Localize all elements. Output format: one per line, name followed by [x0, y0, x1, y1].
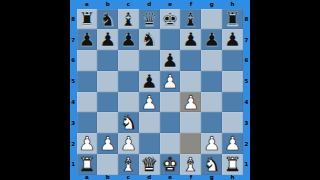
- black-pawn-icon[interactable]: ♟: [120, 29, 137, 50]
- chess-board: ♜♞♝♛♚♝♜♟♟♟♞♟♟♟♟♟♟♟♟♞♟♟♟♟♟♜♝♛♚♝♞♜: [77, 9, 243, 175]
- square-c1[interactable]: ♝: [118, 154, 139, 175]
- file-label: a: [77, 175, 98, 180]
- square-e5[interactable]: ♟: [160, 71, 181, 92]
- black-rook-icon[interactable]: ♜: [224, 9, 241, 30]
- white-bishop-icon[interactable]: ♝: [120, 154, 137, 175]
- rank-label: 7: [243, 29, 250, 50]
- white-pawn-icon[interactable]: ♟: [99, 133, 116, 154]
- square-e7[interactable]: [160, 29, 181, 50]
- rank-label: 2: [243, 133, 250, 154]
- square-g5[interactable]: [201, 71, 222, 92]
- square-f5[interactable]: [180, 71, 201, 92]
- square-f3[interactable]: [180, 112, 201, 133]
- file-label: c: [118, 175, 139, 180]
- white-knight-icon[interactable]: ♞: [120, 112, 137, 133]
- square-g6[interactable]: [201, 50, 222, 71]
- square-d5[interactable]: ♟: [139, 71, 160, 92]
- square-c3[interactable]: ♞: [118, 112, 139, 133]
- square-b6[interactable]: [97, 50, 118, 71]
- square-c6[interactable]: [118, 50, 139, 71]
- rank-labels-right: 87654321: [243, 9, 250, 175]
- square-g3[interactable]: [201, 112, 222, 133]
- square-f4[interactable]: ♟: [180, 92, 201, 113]
- rank-label: 4: [243, 92, 250, 113]
- square-h2[interactable]: ♟: [222, 133, 243, 154]
- square-a6[interactable]: [77, 50, 98, 71]
- square-h8[interactable]: ♜: [222, 9, 243, 30]
- square-d8[interactable]: ♛: [139, 9, 160, 30]
- file-label: e: [160, 175, 181, 180]
- white-pawn-icon[interactable]: ♟: [120, 133, 137, 154]
- black-bishop-icon[interactable]: ♝: [182, 9, 199, 30]
- square-d7[interactable]: ♞: [139, 29, 160, 50]
- black-queen-icon[interactable]: ♛: [141, 9, 158, 30]
- white-pawn-icon[interactable]: ♟: [203, 133, 220, 154]
- black-pawn-icon[interactable]: ♟: [162, 50, 179, 71]
- white-pawn-icon[interactable]: ♟: [182, 92, 199, 113]
- file-label: g: [201, 175, 222, 180]
- black-pawn-icon[interactable]: ♟: [99, 29, 116, 50]
- white-pawn-icon[interactable]: ♟: [162, 71, 179, 92]
- file-label: b: [97, 175, 118, 180]
- rank-label: 6: [243, 50, 250, 71]
- white-pawn-icon[interactable]: ♟: [224, 133, 241, 154]
- square-e4[interactable]: [160, 92, 181, 113]
- square-d3[interactable]: [139, 112, 160, 133]
- square-c4[interactable]: [118, 92, 139, 113]
- square-d6[interactable]: [139, 50, 160, 71]
- square-f7[interactable]: ♟: [180, 29, 201, 50]
- square-a4[interactable]: [77, 92, 98, 113]
- white-bishop-icon[interactable]: ♝: [182, 154, 199, 175]
- square-d2[interactable]: [139, 133, 160, 154]
- square-c8[interactable]: ♝: [118, 9, 139, 30]
- square-e1[interactable]: ♚: [160, 154, 181, 175]
- square-h1[interactable]: ♜: [222, 154, 243, 175]
- file-label: f: [180, 175, 201, 180]
- square-a3[interactable]: [77, 112, 98, 133]
- rank-label: 5: [243, 71, 250, 92]
- square-f2[interactable]: [180, 133, 201, 154]
- chess-board-panel: abcdefgh abcdefgh 87654321 87654321 ♜♞♝♛…: [70, 0, 250, 180]
- square-g4[interactable]: [201, 92, 222, 113]
- white-pawn-icon[interactable]: ♟: [78, 133, 95, 154]
- square-b1[interactable]: [97, 154, 118, 175]
- square-c5[interactable]: [118, 71, 139, 92]
- square-f6[interactable]: [180, 50, 201, 71]
- file-labels-bottom: abcdefgh: [77, 175, 243, 180]
- square-g7[interactable]: ♟: [201, 29, 222, 50]
- square-e6[interactable]: ♟: [160, 50, 181, 71]
- file-label: h: [222, 175, 243, 180]
- black-knight-icon[interactable]: ♞: [99, 9, 116, 30]
- square-h5[interactable]: [222, 71, 243, 92]
- white-rook-icon[interactable]: ♜: [78, 154, 95, 175]
- black-pawn-icon[interactable]: ♟: [141, 71, 158, 92]
- square-g1[interactable]: ♞: [201, 154, 222, 175]
- white-rook-icon[interactable]: ♜: [224, 154, 241, 175]
- file-label: g: [201, 0, 222, 9]
- square-b8[interactable]: ♞: [97, 9, 118, 30]
- white-knight-icon[interactable]: ♞: [203, 154, 220, 175]
- square-e2[interactable]: [160, 133, 181, 154]
- square-d1[interactable]: ♛: [139, 154, 160, 175]
- square-a1[interactable]: ♜: [77, 154, 98, 175]
- square-h7[interactable]: ♟: [222, 29, 243, 50]
- square-a5[interactable]: [77, 71, 98, 92]
- file-label: d: [139, 175, 160, 180]
- black-king-icon[interactable]: ♚: [162, 9, 179, 30]
- square-h3[interactable]: [222, 112, 243, 133]
- square-a2[interactable]: ♟: [77, 133, 98, 154]
- square-h6[interactable]: [222, 50, 243, 71]
- square-e8[interactable]: ♚: [160, 9, 181, 30]
- square-h4[interactable]: [222, 92, 243, 113]
- white-pawn-icon[interactable]: ♟: [141, 92, 158, 113]
- rank-label: 8: [243, 9, 250, 30]
- square-b3[interactable]: [97, 112, 118, 133]
- black-pawn-icon[interactable]: ♟: [224, 29, 241, 50]
- square-g2[interactable]: ♟: [201, 133, 222, 154]
- square-c7[interactable]: ♟: [118, 29, 139, 50]
- black-knight-icon[interactable]: ♞: [141, 29, 158, 50]
- square-d4[interactable]: ♟: [139, 92, 160, 113]
- white-queen-icon[interactable]: ♛: [141, 154, 158, 175]
- square-a8[interactable]: ♜: [77, 9, 98, 30]
- square-f1[interactable]: ♝: [180, 154, 201, 175]
- rank-label: 3: [243, 112, 250, 133]
- letterbox-background: abcdefgh abcdefgh 87654321 87654321 ♜♞♝♛…: [0, 0, 320, 180]
- black-pawn-icon[interactable]: ♟: [182, 29, 199, 50]
- square-g8[interactable]: [201, 9, 222, 30]
- rank-label: 1: [243, 154, 250, 175]
- black-rook-icon[interactable]: ♜: [78, 9, 95, 30]
- square-b5[interactable]: [97, 71, 118, 92]
- square-f8[interactable]: ♝: [180, 9, 201, 30]
- square-a7[interactable]: ♟: [77, 29, 98, 50]
- black-bishop-icon[interactable]: ♝: [120, 9, 137, 30]
- white-king-icon[interactable]: ♚: [162, 154, 179, 175]
- square-c2[interactable]: ♟: [118, 133, 139, 154]
- black-pawn-icon[interactable]: ♟: [203, 29, 220, 50]
- black-pawn-icon[interactable]: ♟: [78, 29, 95, 50]
- square-b4[interactable]: [97, 92, 118, 113]
- square-b2[interactable]: ♟: [97, 133, 118, 154]
- square-e3[interactable]: [160, 112, 181, 133]
- square-b7[interactable]: ♟: [97, 29, 118, 50]
